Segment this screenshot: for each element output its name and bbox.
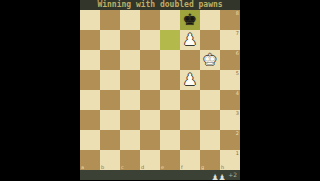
rank-label-7: 7 — [236, 30, 239, 36]
square-b8[interactable] — [100, 10, 120, 30]
square-h2[interactable]: 2 — [220, 130, 240, 150]
square-f4[interactable] — [180, 90, 200, 110]
square-e7[interactable] — [160, 30, 180, 50]
material-advantage: +2 — [228, 170, 237, 180]
chess-board: ♚8♟7♚6♟5432abcdefg1h — [80, 10, 240, 170]
square-d7[interactable] — [140, 30, 160, 50]
square-g7[interactable] — [200, 30, 220, 50]
square-b1[interactable]: b — [100, 150, 120, 170]
square-c3[interactable] — [120, 110, 140, 130]
square-a1[interactable]: a — [80, 150, 100, 170]
captured-pawns-icons: ♟♟ — [212, 166, 226, 181]
square-d8[interactable] — [140, 10, 160, 30]
square-b7[interactable] — [100, 30, 120, 50]
black-king[interactable]: ♚ — [180, 10, 200, 30]
square-g3[interactable] — [200, 110, 220, 130]
square-f5[interactable]: ♟ — [180, 70, 200, 90]
square-d3[interactable] — [140, 110, 160, 130]
square-a5[interactable] — [80, 70, 100, 90]
square-a2[interactable] — [80, 130, 100, 150]
square-a7[interactable] — [80, 30, 100, 50]
square-c4[interactable] — [120, 90, 140, 110]
square-d1[interactable]: d — [140, 150, 160, 170]
square-g4[interactable] — [200, 90, 220, 110]
square-h7[interactable]: 7 — [220, 30, 240, 50]
square-e3[interactable] — [160, 110, 180, 130]
material-bar: ♟♟ +2 — [80, 170, 240, 180]
square-c2[interactable] — [120, 130, 140, 150]
square-h4[interactable]: 4 — [220, 90, 240, 110]
square-e4[interactable] — [160, 90, 180, 110]
white-pawn[interactable]: ♟ — [180, 70, 200, 90]
square-d2[interactable] — [140, 130, 160, 150]
square-h5[interactable]: 5 — [220, 70, 240, 90]
square-g8[interactable] — [200, 10, 220, 30]
square-c5[interactable] — [120, 70, 140, 90]
square-h6[interactable]: 6 — [220, 50, 240, 70]
square-g6[interactable]: ♚ — [200, 50, 220, 70]
square-e8[interactable] — [160, 10, 180, 30]
white-pawn[interactable]: ♟ — [180, 30, 200, 50]
square-f7[interactable]: ♟ — [180, 30, 200, 50]
puzzle-title: Winning with doubled pawns — [80, 0, 240, 10]
square-d4[interactable] — [140, 90, 160, 110]
square-a8[interactable] — [80, 10, 100, 30]
square-f6[interactable] — [180, 50, 200, 70]
square-c6[interactable] — [120, 50, 140, 70]
square-a3[interactable] — [80, 110, 100, 130]
square-c7[interactable] — [120, 30, 140, 50]
square-g5[interactable] — [200, 70, 220, 90]
square-e1[interactable]: e — [160, 150, 180, 170]
square-f2[interactable] — [180, 130, 200, 150]
white-king[interactable]: ♚ — [200, 50, 220, 70]
square-d6[interactable] — [140, 50, 160, 70]
square-h3[interactable]: 3 — [220, 110, 240, 130]
square-a4[interactable] — [80, 90, 100, 110]
square-e2[interactable] — [160, 130, 180, 150]
square-f1[interactable]: f — [180, 150, 200, 170]
square-e6[interactable] — [160, 50, 180, 70]
rank-label-8: 8 — [236, 10, 239, 16]
square-h8[interactable]: 8 — [220, 10, 240, 30]
square-c1[interactable]: c — [120, 150, 140, 170]
rank-label-1: 1 — [236, 150, 239, 156]
rank-label-3: 3 — [236, 110, 239, 116]
rank-label-4: 4 — [236, 90, 239, 96]
white-pawn-icon: ♟ — [218, 173, 226, 181]
square-c8[interactable] — [120, 10, 140, 30]
square-e5[interactable] — [160, 70, 180, 90]
rank-label-2: 2 — [236, 130, 239, 136]
square-b3[interactable] — [100, 110, 120, 130]
square-b4[interactable] — [100, 90, 120, 110]
square-f8[interactable]: ♚ — [180, 10, 200, 30]
square-b6[interactable] — [100, 50, 120, 70]
rank-label-6: 6 — [236, 50, 239, 56]
square-g2[interactable] — [200, 130, 220, 150]
square-d5[interactable] — [140, 70, 160, 90]
square-b2[interactable] — [100, 130, 120, 150]
square-f3[interactable] — [180, 110, 200, 130]
chess-app-frame: Winning with doubled pawns ♚8♟7♚6♟5432ab… — [0, 0, 320, 180]
square-a6[interactable] — [80, 50, 100, 70]
square-b5[interactable] — [100, 70, 120, 90]
rank-label-5: 5 — [236, 70, 239, 76]
